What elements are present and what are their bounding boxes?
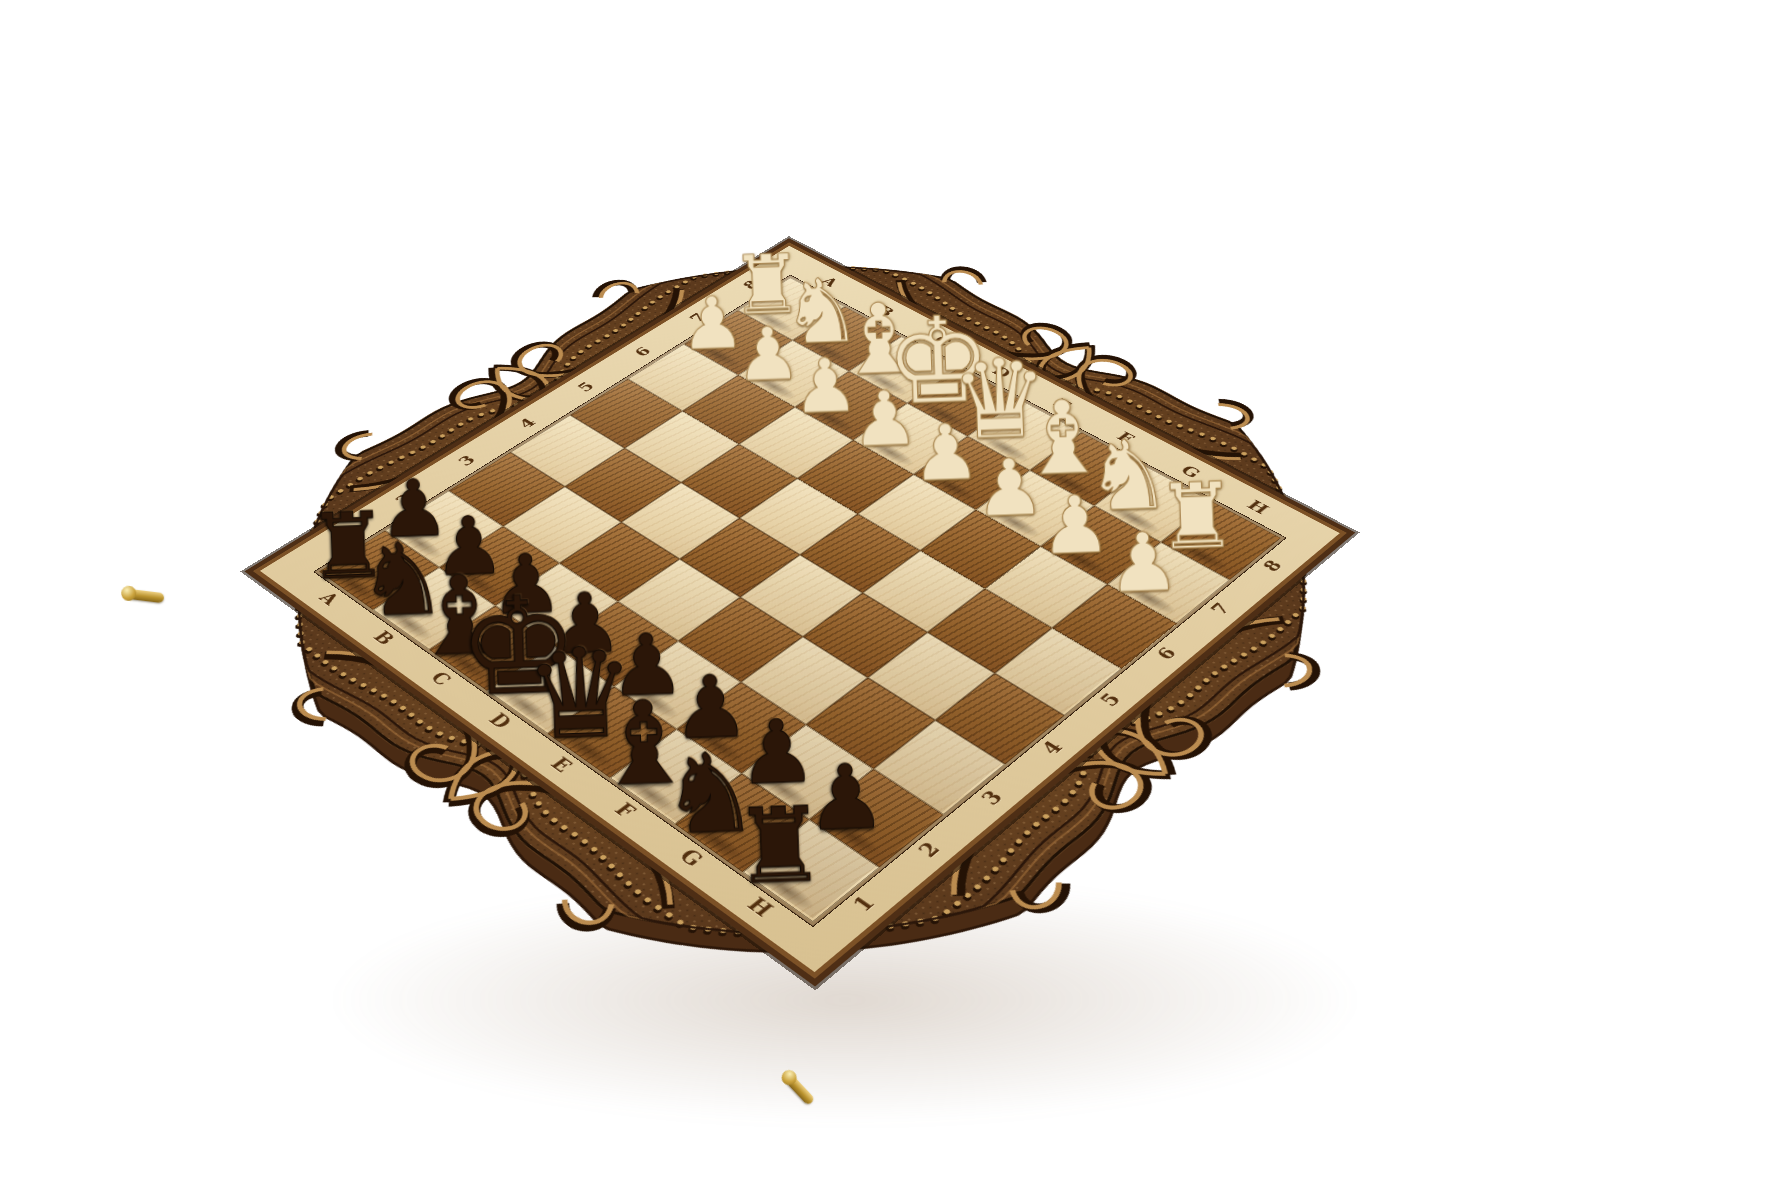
rank-label-near-1: 1: [848, 891, 881, 915]
rank-label-near-3: 3: [976, 786, 1008, 808]
rank-label-far-2: 2: [391, 490, 418, 507]
file-label-near-c: C: [426, 668, 457, 690]
rank-label-far-3: 3: [454, 452, 480, 469]
rank-label-near-6: 6: [1151, 643, 1181, 663]
rank-label-near-5: 5: [1095, 689, 1126, 710]
file-label-far-a: A: [817, 274, 843, 289]
file-label-near-f: F: [609, 799, 641, 822]
rank-label-near-2: 2: [913, 838, 945, 861]
rank-label-far-5: 5: [573, 379, 599, 394]
rank-label-far-7: 7: [685, 310, 710, 325]
rank-label-far-8: 8: [739, 277, 764, 291]
chess-board: ♜♞♝♚♛♝♞♜♟♟♟♟♟♟♟♟♟♟♟♟♟♟♟♟♜♞♝♚♛♝♞♜ AABBCCD…: [93, 167, 1506, 1135]
file-label-far-d: D: [988, 363, 1016, 380]
piece-ground-shadow: [684, 818, 750, 866]
photo-stage: ♜♞♝♚♛♝♞♜♟♟♟♟♟♟♟♟♟♟♟♟♟♟♟♟♜♞♝♚♛♝♞♜ AABBCCD…: [0, 0, 1792, 1200]
file-label-far-e: E: [1049, 396, 1076, 413]
scene: ♜♞♝♚♛♝♞♜♟♟♟♟♟♟♟♟♟♟♟♟♟♟♟♟♜♞♝♚♛♝♞♜ AABBCCD…: [0, 0, 1792, 1200]
